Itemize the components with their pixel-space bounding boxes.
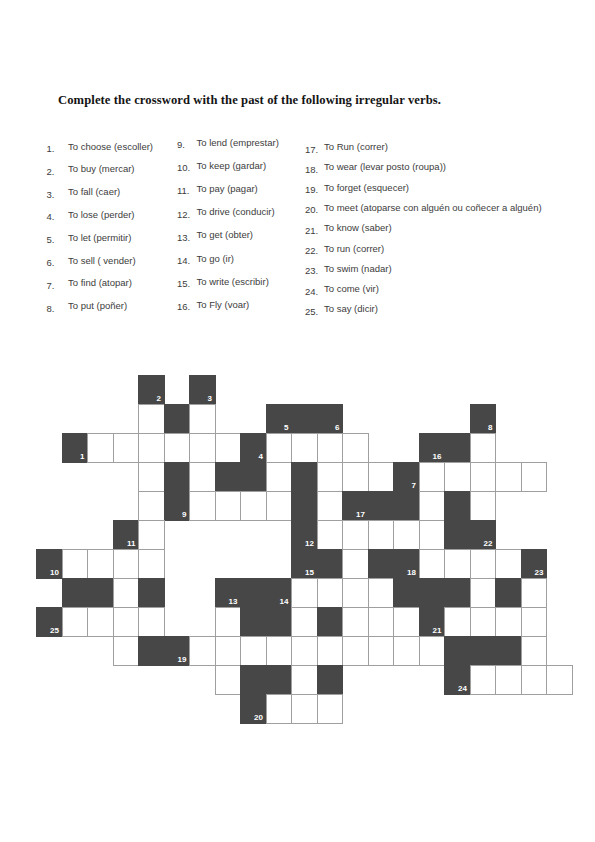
block-cell: 10 — [36, 549, 63, 579]
grid-clue-number-10: 10 — [50, 569, 59, 577]
block-cell — [444, 578, 471, 608]
block-cell: 9 — [164, 491, 191, 521]
letter-cell[interactable] — [87, 607, 114, 637]
letter-cell[interactable] — [291, 636, 318, 666]
clue-list-number: 16. — [177, 301, 190, 312]
letter-cell[interactable] — [342, 462, 369, 492]
grid-clue-number-20: 20 — [254, 714, 263, 722]
block-cell — [138, 636, 165, 666]
grid-clue-number-22: 22 — [484, 540, 493, 548]
letter-cell[interactable] — [138, 462, 165, 492]
clue-list-number: 17. — [305, 144, 318, 155]
clue-list-number: 9. — [177, 139, 185, 150]
clue-list-number: 1. — [47, 143, 55, 154]
clue-list-text: To know (saber) — [324, 222, 392, 233]
letter-cell[interactable] — [189, 462, 216, 492]
letter-cell[interactable] — [521, 636, 548, 666]
letter-cell[interactable] — [470, 578, 497, 608]
letter-cell[interactable] — [113, 636, 140, 666]
letter-cell[interactable] — [291, 578, 318, 608]
clue-list-text: To go (ir) — [197, 253, 234, 264]
letter-cell[interactable] — [215, 433, 242, 463]
grid-clue-number-13: 13 — [229, 598, 238, 606]
clue-list-text: To let (permitir) — [68, 232, 131, 243]
clue-list-number: 24. — [305, 286, 318, 297]
block-cell — [215, 462, 242, 492]
letter-cell[interactable] — [113, 578, 140, 608]
letter-cell[interactable] — [240, 636, 267, 666]
letter-cell[interactable] — [368, 520, 395, 550]
clue-list-text: To swim (nadar) — [324, 263, 392, 274]
block-cell: 25 — [36, 607, 63, 637]
grid-clue-number-12: 12 — [305, 540, 314, 548]
letter-cell[interactable] — [113, 549, 140, 579]
letter-cell[interactable] — [495, 549, 522, 579]
grid-clue-number-5: 5 — [284, 424, 288, 432]
block-cell: 24 — [444, 665, 471, 695]
letter-cell[interactable] — [266, 636, 293, 666]
letter-cell[interactable] — [342, 636, 369, 666]
clue-list-number: 11. — [177, 185, 190, 196]
letter-cell[interactable] — [393, 636, 420, 666]
block-cell — [368, 549, 395, 579]
grid-clue-number-24: 24 — [458, 685, 467, 693]
grid-clue-number-6: 6 — [335, 424, 339, 432]
letter-cell[interactable] — [444, 462, 471, 492]
block-cell — [495, 636, 522, 666]
clue-list-number: 8. — [47, 303, 55, 314]
block-cell — [495, 578, 522, 608]
letter-cell[interactable] — [189, 636, 216, 666]
clue-list-text: To pay (pagar) — [197, 183, 258, 194]
block-cell: 22 — [470, 520, 497, 550]
clue-list-text: To Fly (voar) — [197, 299, 250, 310]
clue-list-text: To come (vir) — [324, 283, 379, 294]
letter-cell[interactable] — [215, 636, 242, 666]
letter-cell[interactable] — [317, 694, 344, 724]
clue-list-number: 21. — [305, 225, 318, 236]
clue-list-text: To wear (levar posto (roupa)) — [324, 161, 446, 172]
grid-clue-number-4: 4 — [259, 453, 263, 461]
grid-clue-number-14: 14 — [280, 598, 289, 606]
letter-cell[interactable] — [419, 462, 446, 492]
block-cell: 4 — [240, 433, 267, 463]
clue-list-number: 18. — [305, 164, 318, 175]
clue-list-number: 5. — [47, 234, 55, 245]
letter-cell[interactable] — [342, 433, 369, 463]
clue-list-text: To buy (mercar) — [68, 163, 135, 174]
letter-cell[interactable] — [62, 607, 89, 637]
letter-cell[interactable] — [393, 607, 420, 637]
letter-cell[interactable] — [342, 578, 369, 608]
clue-list-text: To run (correr) — [324, 243, 384, 254]
letter-cell[interactable] — [317, 433, 344, 463]
grid-clue-number-18: 18 — [407, 569, 416, 577]
letter-cell[interactable] — [419, 549, 446, 579]
clue-list-number: 19. — [305, 184, 318, 195]
block-cell: 11 — [113, 520, 140, 550]
clue-list-number: 25. — [305, 306, 318, 317]
letter-cell[interactable] — [368, 462, 395, 492]
block-cell — [444, 433, 471, 463]
letter-cell[interactable] — [189, 433, 216, 463]
grid-clue-number-25: 25 — [50, 627, 59, 635]
letter-cell[interactable] — [266, 462, 293, 492]
letter-cell[interactable] — [317, 491, 344, 521]
clue-list-text: To sell ( vender) — [68, 255, 136, 266]
letter-cell[interactable] — [495, 607, 522, 637]
letter-cell[interactable] — [189, 491, 216, 521]
worksheet-title: Complete the crossword with the past of … — [58, 93, 558, 108]
letter-cell[interactable] — [87, 433, 114, 463]
block-cell — [87, 578, 114, 608]
letter-cell[interactable] — [521, 665, 548, 695]
letter-cell[interactable] — [495, 462, 522, 492]
grid-clue-number-11: 11 — [127, 540, 135, 548]
block-cell — [317, 665, 344, 695]
clue-list-number: 6. — [47, 257, 55, 268]
letter-cell[interactable] — [444, 549, 471, 579]
letter-cell[interactable] — [138, 491, 165, 521]
clue-list-number: 15. — [177, 278, 190, 289]
grid-clue-number-23: 23 — [535, 569, 544, 577]
block-cell — [240, 578, 267, 608]
clue-list-number: 4. — [47, 211, 55, 222]
clue-list-text: To Run (correr) — [324, 141, 388, 152]
crossword-board: 2356814167917111222101518231314252119242… — [36, 375, 573, 724]
letter-cell[interactable] — [138, 433, 165, 463]
block-cell — [266, 665, 293, 695]
grid-clue-number-16: 16 — [433, 453, 442, 461]
letter-cell[interactable] — [291, 665, 318, 695]
letter-cell[interactable] — [62, 549, 89, 579]
block-cell — [444, 520, 471, 550]
block-cell — [240, 607, 267, 637]
block-cell: 6 — [317, 404, 344, 434]
letter-cell[interactable] — [317, 520, 344, 550]
block-cell — [240, 665, 267, 695]
letter-cell[interactable] — [470, 549, 497, 579]
clue-list-text: To keep (gardar) — [197, 160, 267, 171]
worksheet-page: Complete the crossword with the past of … — [0, 0, 595, 842]
clue-list-number: 13. — [177, 232, 190, 243]
block-cell — [240, 462, 267, 492]
block-cell: 7 — [393, 462, 420, 492]
block-cell — [317, 607, 344, 637]
letter-cell[interactable] — [215, 665, 242, 695]
letter-cell[interactable] — [368, 607, 395, 637]
grid-clue-number-19: 19 — [178, 656, 187, 664]
letter-cell[interactable] — [546, 665, 573, 695]
letter-cell[interactable] — [393, 520, 420, 550]
letter-cell[interactable] — [342, 520, 369, 550]
letter-cell[interactable] — [266, 433, 293, 463]
block-cell: 15 — [291, 549, 318, 579]
grid-clue-number-8: 8 — [488, 424, 492, 432]
letter-cell[interactable] — [342, 607, 369, 637]
letter-cell[interactable] — [444, 607, 471, 637]
grid-clue-number-21: 21 — [433, 627, 442, 635]
clue-list-text: To fall (caer) — [68, 186, 120, 197]
letter-cell[interactable] — [368, 636, 395, 666]
letter-cell[interactable] — [419, 520, 446, 550]
letter-cell[interactable] — [189, 404, 216, 434]
block-cell: 21 — [419, 607, 446, 637]
letter-cell[interactable] — [138, 404, 165, 434]
block-cell — [62, 578, 89, 608]
grid-clue-number-15: 15 — [305, 569, 314, 577]
block-cell — [164, 404, 191, 434]
clue-list-number: 3. — [47, 189, 55, 200]
block-cell: 12 — [291, 520, 318, 550]
block-cell: 20 — [240, 694, 267, 724]
block-cell — [393, 491, 420, 521]
block-cell — [164, 462, 191, 492]
clue-list-number: 22. — [305, 245, 318, 256]
letter-cell[interactable] — [521, 607, 548, 637]
letter-cell[interactable] — [470, 462, 497, 492]
clue-list-number: 12. — [177, 209, 190, 220]
clue-list-text: To meet (atoparse con alguén ou coñecer … — [324, 202, 542, 213]
block-cell: 3 — [189, 375, 216, 405]
letter-cell[interactable] — [240, 491, 267, 521]
clue-list-number: 23. — [305, 265, 318, 276]
block-cell: 14 — [266, 578, 293, 608]
clue-list-text: To choose (escoller) — [68, 141, 153, 152]
clue-list-number: 7. — [47, 280, 55, 291]
block-cell: 19 — [164, 636, 191, 666]
letter-cell[interactable] — [113, 433, 140, 463]
clue-list-text: To put (poñer) — [68, 300, 127, 311]
block-cell — [444, 491, 471, 521]
letter-cell[interactable] — [215, 607, 242, 637]
block-cell: 18 — [393, 549, 420, 579]
block-cell: 23 — [521, 549, 548, 579]
letter-cell[interactable] — [164, 433, 191, 463]
clue-list-number: 2. — [47, 166, 55, 177]
letter-cell[interactable] — [87, 549, 114, 579]
grid-clue-number-9: 9 — [182, 511, 186, 519]
letter-cell[interactable] — [470, 665, 497, 695]
grid-clue-number-7: 7 — [412, 482, 416, 490]
letter-cell[interactable] — [113, 607, 140, 637]
block-cell: 8 — [470, 404, 497, 434]
letter-cell[interactable] — [470, 491, 497, 521]
block-cell — [419, 578, 446, 608]
clue-list-text: To lend (emprestar) — [197, 137, 279, 148]
clue-list-text: To get (obter) — [197, 229, 254, 240]
letter-cell[interactable] — [419, 491, 446, 521]
block-cell — [291, 462, 318, 492]
block-cell — [368, 491, 395, 521]
letter-cell[interactable] — [291, 694, 318, 724]
letter-cell[interactable] — [138, 549, 165, 579]
clue-list-text: To lose (perder) — [68, 209, 135, 220]
block-cell: 1 — [62, 433, 89, 463]
block-cell — [393, 578, 420, 608]
letter-cell[interactable] — [521, 462, 548, 492]
block-cell — [291, 404, 318, 434]
block-cell — [266, 607, 293, 637]
clue-list-text: To write (escribir) — [197, 276, 269, 287]
block-cell — [470, 636, 497, 666]
letter-cell[interactable] — [521, 578, 548, 608]
letter-cell[interactable] — [419, 636, 446, 666]
letter-cell[interactable] — [470, 607, 497, 637]
clue-list-text: To drive (conducir) — [197, 206, 275, 217]
clue-list-text: To forget (esquecer) — [324, 182, 409, 193]
letter-cell[interactable] — [317, 462, 344, 492]
grid-clue-number-2: 2 — [157, 395, 161, 403]
block-cell: 5 — [266, 404, 293, 434]
letter-cell[interactable] — [342, 549, 369, 579]
block-cell — [291, 491, 318, 521]
block-cell: 17 — [342, 491, 369, 521]
block-cell — [317, 549, 344, 579]
block-cell: 16 — [419, 433, 446, 463]
clue-list-text: To find (atopar) — [68, 277, 132, 288]
letter-cell[interactable] — [317, 636, 344, 666]
letter-cell[interactable] — [470, 433, 497, 463]
letter-cell[interactable] — [215, 491, 242, 521]
letter-cell[interactable] — [138, 520, 165, 550]
block-cell: 2 — [138, 375, 165, 405]
clue-list-number: 20. — [305, 204, 318, 215]
block-cell — [444, 636, 471, 666]
block-cell: 13 — [215, 578, 242, 608]
clue-list-number: 14. — [177, 255, 190, 266]
letter-cell[interactable] — [495, 665, 522, 695]
letter-cell[interactable] — [291, 433, 318, 463]
grid-clue-number-1: 1 — [80, 453, 84, 461]
letter-cell[interactable] — [266, 491, 293, 521]
letter-cell[interactable] — [266, 694, 293, 724]
clue-list-text: To say (dicir) — [324, 303, 378, 314]
block-cell — [138, 578, 165, 608]
letter-cell[interactable] — [368, 578, 395, 608]
letter-cell[interactable] — [317, 578, 344, 608]
grid-clue-number-17: 17 — [356, 511, 365, 519]
letter-cell[interactable] — [291, 607, 318, 637]
letter-cell[interactable] — [138, 607, 165, 637]
grid-clue-number-3: 3 — [208, 395, 212, 403]
clue-list-number: 10. — [177, 162, 190, 173]
